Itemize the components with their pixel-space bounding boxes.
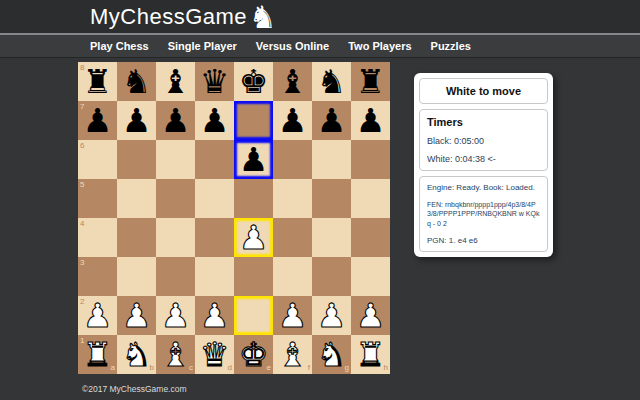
rank-label-5: 5 [80,181,84,189]
square-b6[interactable] [117,140,156,179]
piece-black-rook-h8[interactable]: ♜ [351,62,390,101]
square-b8[interactable]: ♞ [117,62,156,101]
piece-black-bishop-f8[interactable]: ♝ [273,62,312,101]
piece-white-knight-b1[interactable]: ♞ [117,335,156,374]
square-b7[interactable]: ♟ [117,101,156,140]
square-e2[interactable] [234,296,273,335]
nav-item-versus-online[interactable]: Versus Online [256,40,329,52]
piece-white-pawn-e4[interactable]: ♟ [234,218,273,257]
piece-white-rook-a1[interactable]: ♜ [78,335,117,374]
engine-info-box: Engine: Ready. Book: Loaded. FEN: rnbqkb… [419,176,548,252]
pgn-text: PGN: 1. e4 e6 [427,236,540,245]
piece-black-rook-a8[interactable]: ♜ [78,62,117,101]
piece-white-bishop-f1[interactable]: ♝ [273,335,312,374]
square-d6[interactable] [195,140,234,179]
piece-white-pawn-a2[interactable]: ♟ [78,296,117,335]
timers-box: Timers Black: 0:05:00 White: 0:04:38 <- [419,109,548,171]
piece-white-bishop-c1[interactable]: ♝ [156,335,195,374]
square-c1[interactable]: c♝ [156,335,195,374]
square-b3[interactable] [117,257,156,296]
square-d7[interactable]: ♟ [195,101,234,140]
square-h4[interactable] [351,218,390,257]
copyright-text: ©2017 MyChessGame.com [82,384,187,394]
square-a3[interactable]: 3 [78,257,117,296]
square-g7[interactable]: ♟ [312,101,351,140]
square-c2[interactable]: ♟ [156,296,195,335]
square-g3[interactable] [312,257,351,296]
square-a7[interactable]: 7♟ [78,101,117,140]
timers-heading: Timers [427,116,540,128]
square-b4[interactable] [117,218,156,257]
piece-black-knight-g8[interactable]: ♞ [312,62,351,101]
square-c6[interactable] [156,140,195,179]
square-e3[interactable] [234,257,273,296]
piece-white-pawn-b2[interactable]: ♟ [117,296,156,335]
square-a8[interactable]: 8♜ [78,62,117,101]
piece-black-pawn-c7[interactable]: ♟ [156,101,195,140]
square-f5[interactable] [273,179,312,218]
square-c4[interactable] [156,218,195,257]
square-f8[interactable]: ♝ [273,62,312,101]
square-h5[interactable] [351,179,390,218]
main-nav: Play Chess Single Player Versus Online T… [0,33,640,58]
square-f1[interactable]: f♝ [273,335,312,374]
turn-indicator: White to move [427,85,540,97]
rank-label-4: 4 [80,220,84,228]
square-f2[interactable]: ♟ [273,296,312,335]
piece-black-pawn-e6[interactable]: ♟ [234,140,273,179]
square-h8[interactable]: ♜ [351,62,390,101]
square-b5[interactable] [117,179,156,218]
square-h6[interactable] [351,140,390,179]
square-a6[interactable]: 6 [78,140,117,179]
square-f4[interactable] [273,218,312,257]
square-b2[interactable]: ♟ [117,296,156,335]
piece-white-king-e1[interactable]: ♚ [234,335,273,374]
rank-label-6: 6 [80,142,84,150]
nav-item-play-chess[interactable]: Play Chess [90,40,149,52]
square-d8[interactable]: ♛ [195,62,234,101]
square-d3[interactable] [195,257,234,296]
rank-label-3: 3 [80,259,84,267]
piece-black-bishop-c8[interactable]: ♝ [156,62,195,101]
square-e5[interactable] [234,179,273,218]
piece-black-pawn-h7[interactable]: ♟ [351,101,390,140]
square-b1[interactable]: b♞ [117,335,156,374]
piece-white-rook-h1[interactable]: ♜ [351,335,390,374]
piece-black-pawn-b7[interactable]: ♟ [117,101,156,140]
square-g5[interactable] [312,179,351,218]
square-f6[interactable] [273,140,312,179]
square-f7[interactable]: ♟ [273,101,312,140]
piece-black-pawn-a7[interactable]: ♟ [78,101,117,140]
piece-black-pawn-f7[interactable]: ♟ [273,101,312,140]
square-g4[interactable] [312,218,351,257]
square-g2[interactable]: ♟ [312,296,351,335]
square-c7[interactable]: ♟ [156,101,195,140]
white-timer: White: 0:04:38 <- [427,154,540,164]
square-g1[interactable]: g♞ [312,335,351,374]
square-d2[interactable]: ♟ [195,296,234,335]
piece-white-queen-d1[interactable]: ♛ [195,335,234,374]
chess-board[interactable]: 8♜♞♝♛♚♝♞♜7♟♟♟♟♟♟♟6♟54♟32♟♟♟♟♟♟♟1a♜b♞c♝d♛… [78,62,390,374]
square-c8[interactable]: ♝ [156,62,195,101]
piece-white-pawn-f2[interactable]: ♟ [273,296,312,335]
black-timer: Black: 0:05:00 [427,136,540,146]
piece-black-king-e8[interactable]: ♚ [234,62,273,101]
piece-white-pawn-c2[interactable]: ♟ [156,296,195,335]
header-bar: MyChessGame ♞ [0,0,640,33]
square-c5[interactable] [156,179,195,218]
square-h1[interactable]: h♜ [351,335,390,374]
square-f3[interactable] [273,257,312,296]
piece-black-pawn-g7[interactable]: ♟ [312,101,351,140]
square-g8[interactable]: ♞ [312,62,351,101]
square-h3[interactable] [351,257,390,296]
square-h7[interactable]: ♟ [351,101,390,140]
nav-item-puzzles[interactable]: Puzzles [431,40,471,52]
square-d4[interactable] [195,218,234,257]
square-g6[interactable] [312,140,351,179]
square-d1[interactable]: d♛ [195,335,234,374]
piece-white-pawn-d2[interactable]: ♟ [195,296,234,335]
square-e4[interactable]: ♟ [234,218,273,257]
square-e1[interactable]: e♚ [234,335,273,374]
square-a4[interactable]: 4 [78,218,117,257]
square-d5[interactable] [195,179,234,218]
piece-white-pawn-g2[interactable]: ♟ [312,296,351,335]
turn-indicator-box: White to move [419,78,548,104]
square-a2[interactable]: 2♟ [78,296,117,335]
piece-white-knight-g1[interactable]: ♞ [312,335,351,374]
game-status-panel: White to move Timers Black: 0:05:00 Whit… [414,73,553,257]
square-e8[interactable]: ♚ [234,62,273,101]
piece-black-knight-b8[interactable]: ♞ [117,62,156,101]
nav-item-two-players[interactable]: Two Players [348,40,411,52]
fen-text: FEN: rnbqkbnr/pppp1ppp/4p3/8/4P3/8/PPPP1… [427,200,540,228]
piece-white-pawn-h2[interactable]: ♟ [351,296,390,335]
square-e7[interactable] [234,101,273,140]
knight-icon: ♞ [249,2,277,33]
square-a5[interactable]: 5 [78,179,117,218]
square-a1[interactable]: 1a♜ [78,335,117,374]
square-e6[interactable]: ♟ [234,140,273,179]
nav-item-single-player[interactable]: Single Player [168,40,237,52]
square-h2[interactable]: ♟ [351,296,390,335]
square-c3[interactable] [156,257,195,296]
piece-black-pawn-d7[interactable]: ♟ [195,101,234,140]
app-title: MyChessGame [90,4,247,30]
engine-status: Engine: Ready. Book: Loaded. [427,183,540,192]
piece-black-queen-d8[interactable]: ♛ [195,62,234,101]
